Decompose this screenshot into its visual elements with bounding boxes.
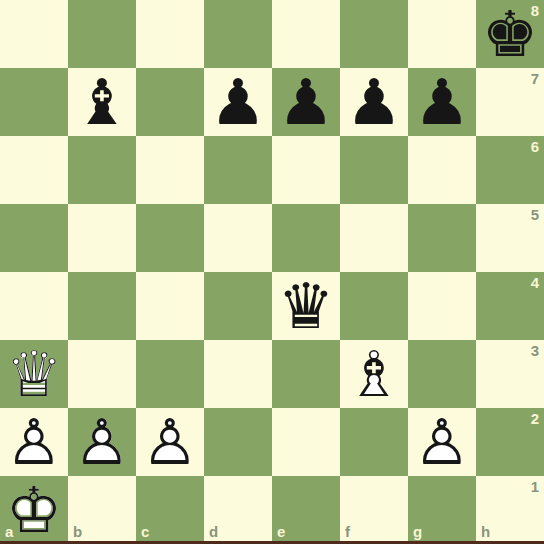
square-b1[interactable]: b xyxy=(68,476,136,544)
square-f3[interactable]: ♝♗ xyxy=(340,340,408,408)
file-label-d: d xyxy=(209,523,218,540)
white-piece-outline-glyph: ♗ xyxy=(340,340,408,408)
rank-label-1: 1 xyxy=(531,478,539,495)
square-h6[interactable]: 6 xyxy=(476,136,544,204)
square-h2[interactable]: 2 xyxy=(476,408,544,476)
white-piece-outline-glyph: ♙ xyxy=(68,408,136,476)
square-g1[interactable]: g xyxy=(408,476,476,544)
white-pawn-piece[interactable]: ♟♙ xyxy=(136,408,204,476)
square-g3[interactable] xyxy=(408,340,476,408)
square-b5[interactable] xyxy=(68,204,136,272)
square-g7[interactable]: ♟ xyxy=(408,68,476,136)
square-c5[interactable] xyxy=(136,204,204,272)
square-g5[interactable] xyxy=(408,204,476,272)
rank-label-6: 6 xyxy=(531,138,539,155)
square-g2[interactable]: ♟♙ xyxy=(408,408,476,476)
square-a5[interactable] xyxy=(0,204,68,272)
square-f8[interactable] xyxy=(340,0,408,68)
black-pawn-piece[interactable]: ♟ xyxy=(204,68,272,136)
square-e4[interactable]: ♛ xyxy=(272,272,340,340)
square-c8[interactable] xyxy=(136,0,204,68)
black-pawn-piece[interactable]: ♟ xyxy=(408,68,476,136)
square-c3[interactable] xyxy=(136,340,204,408)
square-e7[interactable]: ♟ xyxy=(272,68,340,136)
square-h8[interactable]: 8♚ xyxy=(476,0,544,68)
black-pawn-piece[interactable]: ♟ xyxy=(340,68,408,136)
square-c1[interactable]: c xyxy=(136,476,204,544)
square-b2[interactable]: ♟♙ xyxy=(68,408,136,476)
square-d2[interactable] xyxy=(204,408,272,476)
square-g4[interactable] xyxy=(408,272,476,340)
white-pawn-piece[interactable]: ♟♙ xyxy=(68,408,136,476)
square-e1[interactable]: e xyxy=(272,476,340,544)
square-e6[interactable] xyxy=(272,136,340,204)
square-a8[interactable] xyxy=(0,0,68,68)
black-king-piece[interactable]: ♚ xyxy=(476,0,544,68)
square-h7[interactable]: 7 xyxy=(476,68,544,136)
file-label-b: b xyxy=(73,523,82,540)
square-e8[interactable] xyxy=(272,0,340,68)
square-b8[interactable] xyxy=(68,0,136,68)
white-pawn-piece[interactable]: ♟♙ xyxy=(408,408,476,476)
square-e3[interactable] xyxy=(272,340,340,408)
square-d3[interactable] xyxy=(204,340,272,408)
square-d1[interactable]: d xyxy=(204,476,272,544)
square-a3[interactable]: ♛♕ xyxy=(0,340,68,408)
black-piece-glyph: ♟ xyxy=(272,68,340,136)
square-b4[interactable] xyxy=(68,272,136,340)
square-e5[interactable] xyxy=(272,204,340,272)
white-piece-outline-glyph: ♙ xyxy=(136,408,204,476)
square-g8[interactable] xyxy=(408,0,476,68)
black-piece-glyph: ♟ xyxy=(340,68,408,136)
black-pawn-piece[interactable]: ♟ xyxy=(272,68,340,136)
square-a7[interactable] xyxy=(0,68,68,136)
chess-board: 8♚♝♟♟♟♟765♛4♛♕♝♗3♟♙♟♙♟♙♟♙2a♚♔bcdefg1h xyxy=(0,0,544,544)
rank-label-4: 4 xyxy=(531,274,539,291)
square-g6[interactable] xyxy=(408,136,476,204)
file-label-h: h xyxy=(481,523,490,540)
square-h1[interactable]: 1h xyxy=(476,476,544,544)
black-piece-glyph: ♚ xyxy=(476,0,544,68)
square-f1[interactable]: f xyxy=(340,476,408,544)
rank-label-7: 7 xyxy=(531,70,539,87)
square-b6[interactable] xyxy=(68,136,136,204)
square-d5[interactable] xyxy=(204,204,272,272)
square-h3[interactable]: 3 xyxy=(476,340,544,408)
square-d8[interactable] xyxy=(204,0,272,68)
square-h5[interactable]: 5 xyxy=(476,204,544,272)
black-bishop-piece[interactable]: ♝ xyxy=(68,68,136,136)
white-queen-piece[interactable]: ♛♕ xyxy=(0,340,68,408)
file-label-c: c xyxy=(141,523,149,540)
square-f2[interactable] xyxy=(340,408,408,476)
white-piece-outline-glyph: ♔ xyxy=(0,476,68,544)
square-f6[interactable] xyxy=(340,136,408,204)
black-piece-glyph: ♛ xyxy=(272,272,340,340)
black-piece-glyph: ♝ xyxy=(68,68,136,136)
white-bishop-piece[interactable]: ♝♗ xyxy=(340,340,408,408)
square-a4[interactable] xyxy=(0,272,68,340)
square-a2[interactable]: ♟♙ xyxy=(0,408,68,476)
square-b7[interactable]: ♝ xyxy=(68,68,136,136)
square-d6[interactable] xyxy=(204,136,272,204)
white-king-piece[interactable]: ♚♔ xyxy=(0,476,68,544)
square-c7[interactable] xyxy=(136,68,204,136)
square-d7[interactable]: ♟ xyxy=(204,68,272,136)
rank-label-3: 3 xyxy=(531,342,539,359)
white-piece-outline-glyph: ♙ xyxy=(408,408,476,476)
square-f4[interactable] xyxy=(340,272,408,340)
white-piece-outline-glyph: ♕ xyxy=(0,340,68,408)
white-piece-outline-glyph: ♙ xyxy=(0,408,68,476)
black-piece-glyph: ♟ xyxy=(408,68,476,136)
square-b3[interactable] xyxy=(68,340,136,408)
square-a6[interactable] xyxy=(0,136,68,204)
square-h4[interactable]: 4 xyxy=(476,272,544,340)
square-c2[interactable]: ♟♙ xyxy=(136,408,204,476)
rank-label-5: 5 xyxy=(531,206,539,223)
square-c6[interactable] xyxy=(136,136,204,204)
file-label-g: g xyxy=(413,523,422,540)
rank-label-2: 2 xyxy=(531,410,539,427)
black-piece-glyph: ♟ xyxy=(204,68,272,136)
square-e2[interactable] xyxy=(272,408,340,476)
square-f7[interactable]: ♟ xyxy=(340,68,408,136)
file-label-e: e xyxy=(277,523,285,540)
file-label-f: f xyxy=(345,523,350,540)
square-a1[interactable]: a♚♔ xyxy=(0,476,68,544)
square-f5[interactable] xyxy=(340,204,408,272)
white-pawn-piece[interactable]: ♟♙ xyxy=(0,408,68,476)
black-queen-piece[interactable]: ♛ xyxy=(272,272,340,340)
square-d4[interactable] xyxy=(204,272,272,340)
square-c4[interactable] xyxy=(136,272,204,340)
